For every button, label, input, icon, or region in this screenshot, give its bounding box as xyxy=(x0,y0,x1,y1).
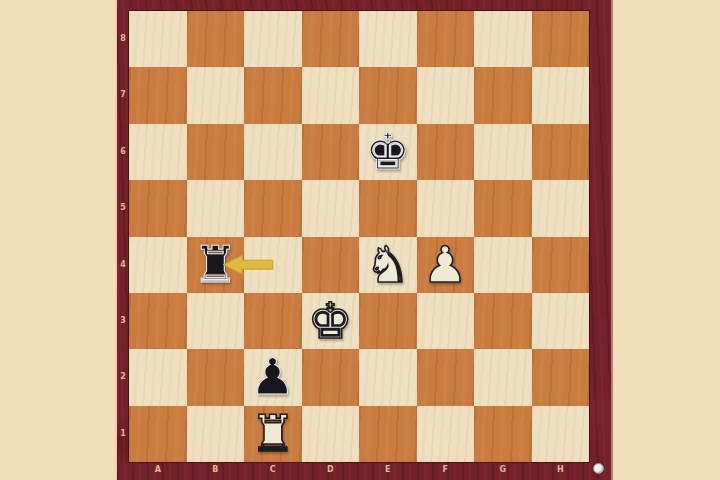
square-b3[interactable] xyxy=(187,293,245,349)
square-h2[interactable] xyxy=(532,349,590,405)
square-d5[interactable] xyxy=(302,180,360,236)
square-f4[interactable]: ♟ xyxy=(417,237,475,293)
square-c7[interactable] xyxy=(244,67,302,123)
square-f8[interactable] xyxy=(417,11,475,67)
rank-label-3: 3 xyxy=(117,293,129,349)
file-label-a: A xyxy=(129,462,187,478)
square-f3[interactable] xyxy=(417,293,475,349)
square-h4[interactable] xyxy=(532,237,590,293)
square-b5[interactable] xyxy=(187,180,245,236)
rank-label-6: 6 xyxy=(117,124,129,180)
square-d6[interactable] xyxy=(302,124,360,180)
black-pawn[interactable]: ♟ xyxy=(250,349,295,405)
rank-label-7: 7 xyxy=(117,67,129,123)
black-king[interactable]: ♚ xyxy=(365,124,410,180)
square-g6[interactable] xyxy=(474,124,532,180)
square-h1[interactable] xyxy=(532,406,590,462)
square-h6[interactable] xyxy=(532,124,590,180)
file-label-h: H xyxy=(532,462,590,478)
square-b7[interactable] xyxy=(187,67,245,123)
file-label-d: D xyxy=(302,462,360,478)
square-e4[interactable]: ♞ xyxy=(359,237,417,293)
square-d4[interactable] xyxy=(302,237,360,293)
square-e7[interactable] xyxy=(359,67,417,123)
square-a5[interactable] xyxy=(129,180,187,236)
square-c5[interactable] xyxy=(244,180,302,236)
square-d1[interactable] xyxy=(302,406,360,462)
square-g2[interactable] xyxy=(474,349,532,405)
square-b2[interactable] xyxy=(187,349,245,405)
rank-label-2: 2 xyxy=(117,349,129,405)
square-d2[interactable] xyxy=(302,349,360,405)
rank-label-5: 5 xyxy=(117,180,129,236)
square-c2[interactable]: ♟ xyxy=(244,349,302,405)
square-e6[interactable]: ♚ xyxy=(359,124,417,180)
square-e3[interactable] xyxy=(359,293,417,349)
square-e5[interactable] xyxy=(359,180,417,236)
rank-label-4: 4 xyxy=(117,237,129,293)
square-c8[interactable] xyxy=(244,11,302,67)
white-knight[interactable]: ♞ xyxy=(365,237,410,293)
square-g3[interactable] xyxy=(474,293,532,349)
square-a4[interactable] xyxy=(129,237,187,293)
square-d8[interactable] xyxy=(302,11,360,67)
square-h7[interactable] xyxy=(532,67,590,123)
square-d3[interactable]: ♚ xyxy=(302,293,360,349)
square-a3[interactable] xyxy=(129,293,187,349)
square-c6[interactable] xyxy=(244,124,302,180)
square-a8[interactable] xyxy=(129,11,187,67)
white-rook[interactable]: ♜ xyxy=(250,406,295,462)
chess-board-frame: ♚♜♞♟♚♟♜ 87654321 ABCDEFGH xyxy=(117,0,611,480)
rank-label-1: 1 xyxy=(117,406,129,462)
square-e2[interactable] xyxy=(359,349,417,405)
file-label-f: F xyxy=(417,462,475,478)
square-a1[interactable] xyxy=(129,406,187,462)
chess-board[interactable]: ♚♜♞♟♚♟♜ xyxy=(129,11,589,462)
file-label-b: B xyxy=(187,462,245,478)
square-c4[interactable] xyxy=(244,237,302,293)
square-e8[interactable] xyxy=(359,11,417,67)
square-f5[interactable] xyxy=(417,180,475,236)
black-rook[interactable]: ♜ xyxy=(193,237,238,293)
square-f6[interactable] xyxy=(417,124,475,180)
white-pawn[interactable]: ♟ xyxy=(423,237,468,293)
square-b8[interactable] xyxy=(187,11,245,67)
square-c1[interactable]: ♜ xyxy=(244,406,302,462)
square-h3[interactable] xyxy=(532,293,590,349)
rank-label-8: 8 xyxy=(117,11,129,67)
square-d7[interactable] xyxy=(302,67,360,123)
square-g7[interactable] xyxy=(474,67,532,123)
square-e1[interactable] xyxy=(359,406,417,462)
square-h5[interactable] xyxy=(532,180,590,236)
page-background: ♚♜♞♟♚♟♜ 87654321 ABCDEFGH xyxy=(0,0,720,480)
square-b6[interactable] xyxy=(187,124,245,180)
file-label-c: C xyxy=(244,462,302,478)
white-king[interactable]: ♚ xyxy=(308,293,353,349)
square-a7[interactable] xyxy=(129,67,187,123)
square-g5[interactable] xyxy=(474,180,532,236)
square-b1[interactable] xyxy=(187,406,245,462)
square-c3[interactable] xyxy=(244,293,302,349)
square-f1[interactable] xyxy=(417,406,475,462)
square-a6[interactable] xyxy=(129,124,187,180)
file-label-e: E xyxy=(359,462,417,478)
file-label-g: G xyxy=(474,462,532,478)
side-to-move-indicator xyxy=(593,463,604,474)
square-a2[interactable] xyxy=(129,349,187,405)
square-g1[interactable] xyxy=(474,406,532,462)
square-g4[interactable] xyxy=(474,237,532,293)
square-g8[interactable] xyxy=(474,11,532,67)
square-f7[interactable] xyxy=(417,67,475,123)
square-f2[interactable] xyxy=(417,349,475,405)
square-b4[interactable]: ♜ xyxy=(187,237,245,293)
square-h8[interactable] xyxy=(532,11,590,67)
